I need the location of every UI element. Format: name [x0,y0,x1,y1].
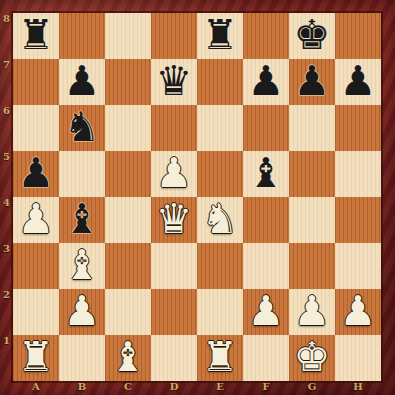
square-b1[interactable] [59,335,105,381]
square-c8[interactable] [105,13,151,59]
square-d6[interactable] [151,105,197,151]
square-d3[interactable] [151,243,197,289]
square-a8[interactable]: ♜ [13,13,59,59]
chess-board-frame: ♜♜♚♟♛♟♟♟♞♟♟♝♟♝♛♞♝♟♟♟♟♜♝♜♚ 87654321ABCDEF… [0,0,395,395]
square-h2[interactable]: ♟ [335,289,381,335]
rank-label-2: 2 [0,289,13,335]
piece-black-rook-e8[interactable]: ♜ [197,13,243,59]
square-a4[interactable]: ♟ [13,197,59,243]
square-f5[interactable]: ♝ [243,151,289,197]
square-e3[interactable] [197,243,243,289]
square-h3[interactable] [335,243,381,289]
square-b2[interactable]: ♟ [59,289,105,335]
rank-label-8: 8 [0,13,13,59]
file-label-g: G [289,381,335,395]
square-d7[interactable]: ♛ [151,59,197,105]
file-label-b: B [59,381,105,395]
rank-label-3: 3 [0,243,13,289]
square-g4[interactable] [289,197,335,243]
piece-white-pawn-f2[interactable]: ♟ [243,289,289,335]
piece-black-pawn-f7[interactable]: ♟ [243,59,289,105]
piece-black-pawn-a5[interactable]: ♟ [13,151,59,197]
piece-white-pawn-g2[interactable]: ♟ [289,289,335,335]
square-f1[interactable] [243,335,289,381]
square-f3[interactable] [243,243,289,289]
square-c7[interactable] [105,59,151,105]
square-a7[interactable] [13,59,59,105]
square-d8[interactable] [151,13,197,59]
square-b7[interactable]: ♟ [59,59,105,105]
piece-white-pawn-a4[interactable]: ♟ [13,197,59,243]
piece-white-bishop-c1[interactable]: ♝ [105,335,151,381]
square-a3[interactable] [13,243,59,289]
square-g8[interactable]: ♚ [289,13,335,59]
piece-black-rook-a8[interactable]: ♜ [13,13,59,59]
piece-white-knight-e4[interactable]: ♞ [197,197,243,243]
square-b5[interactable] [59,151,105,197]
square-e1[interactable]: ♜ [197,335,243,381]
piece-black-bishop-f5[interactable]: ♝ [243,151,289,197]
square-c2[interactable] [105,289,151,335]
piece-black-queen-d7[interactable]: ♛ [151,59,197,105]
square-b4[interactable]: ♝ [59,197,105,243]
piece-white-pawn-d5[interactable]: ♟ [151,151,197,197]
square-h7[interactable]: ♟ [335,59,381,105]
file-label-c: C [105,381,151,395]
piece-black-pawn-b7[interactable]: ♟ [59,59,105,105]
rank-label-1: 1 [0,335,13,381]
square-g3[interactable] [289,243,335,289]
square-a6[interactable] [13,105,59,151]
square-g7[interactable]: ♟ [289,59,335,105]
square-h5[interactable] [335,151,381,197]
piece-black-knight-b6[interactable]: ♞ [59,105,105,151]
square-d5[interactable]: ♟ [151,151,197,197]
file-label-e: E [197,381,243,395]
square-e7[interactable] [197,59,243,105]
piece-white-pawn-h2[interactable]: ♟ [335,289,381,335]
square-b6[interactable]: ♞ [59,105,105,151]
rank-label-7: 7 [0,59,13,105]
piece-white-bishop-b3[interactable]: ♝ [59,243,105,289]
piece-white-rook-e1[interactable]: ♜ [197,335,243,381]
square-c5[interactable] [105,151,151,197]
file-label-a: A [13,381,59,395]
file-label-h: H [335,381,381,395]
rank-label-4: 4 [0,197,13,243]
file-label-f: F [243,381,289,395]
piece-white-king-g1[interactable]: ♚ [289,335,335,381]
square-f4[interactable] [243,197,289,243]
rank-label-6: 6 [0,105,13,151]
square-h8[interactable] [335,13,381,59]
chess-board: ♜♜♚♟♛♟♟♟♞♟♟♝♟♝♛♞♝♟♟♟♟♜♝♜♚ [13,13,381,381]
square-a2[interactable] [13,289,59,335]
square-d1[interactable] [151,335,197,381]
square-c3[interactable] [105,243,151,289]
square-e2[interactable] [197,289,243,335]
square-g6[interactable] [289,105,335,151]
rank-label-5: 5 [0,151,13,197]
square-a5[interactable]: ♟ [13,151,59,197]
square-g2[interactable]: ♟ [289,289,335,335]
piece-white-rook-a1[interactable]: ♜ [13,335,59,381]
square-c1[interactable]: ♝ [105,335,151,381]
square-b3[interactable]: ♝ [59,243,105,289]
piece-black-bishop-b4[interactable]: ♝ [59,197,105,243]
square-e4[interactable]: ♞ [197,197,243,243]
square-e6[interactable] [197,105,243,151]
piece-black-pawn-g7[interactable]: ♟ [289,59,335,105]
piece-black-king-g8[interactable]: ♚ [289,13,335,59]
piece-black-pawn-h7[interactable]: ♟ [335,59,381,105]
square-a1[interactable]: ♜ [13,335,59,381]
square-f8[interactable] [243,13,289,59]
square-g5[interactable] [289,151,335,197]
square-f7[interactable]: ♟ [243,59,289,105]
square-h4[interactable] [335,197,381,243]
square-b8[interactable] [59,13,105,59]
square-d2[interactable] [151,289,197,335]
square-e5[interactable] [197,151,243,197]
square-c6[interactable] [105,105,151,151]
square-g1[interactable]: ♚ [289,335,335,381]
square-c4[interactable] [105,197,151,243]
square-d4[interactable]: ♛ [151,197,197,243]
piece-white-pawn-b2[interactable]: ♟ [59,289,105,335]
square-e8[interactable]: ♜ [197,13,243,59]
file-label-d: D [151,381,197,395]
square-h1[interactable] [335,335,381,381]
square-h6[interactable] [335,105,381,151]
square-f6[interactable] [243,105,289,151]
square-f2[interactable]: ♟ [243,289,289,335]
piece-white-queen-d4[interactable]: ♛ [151,197,197,243]
